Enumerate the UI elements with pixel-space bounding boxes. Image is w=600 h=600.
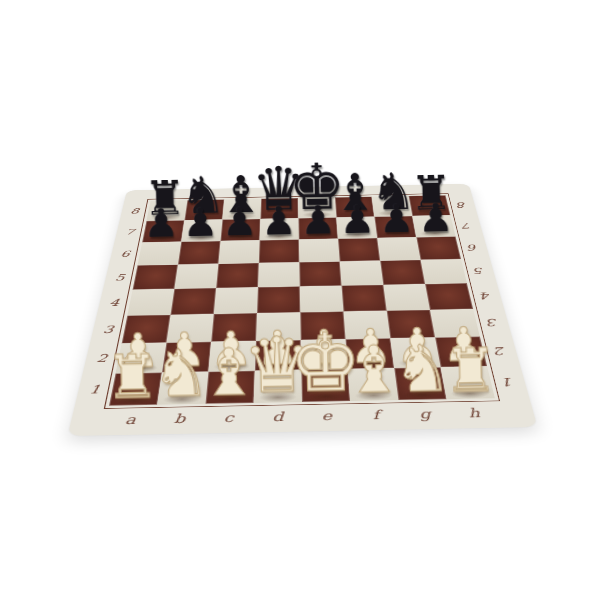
square-e1[interactable]: ♚ [301,369,350,402]
square-f7[interactable]: ♟ [336,217,377,239]
piece-shadow [351,359,389,369]
square-a2[interactable]: ♟ [116,343,167,374]
square-c7[interactable]: ♟ [220,219,260,241]
rank-label-right-2: 2 [481,336,520,366]
square-f8[interactable]: ♝ [335,197,374,218]
vinyl-chess-mat: 87654321 87654321 abcdefgh ♜♞♝♛♚♝♞♜♟♟♟♟♟… [67,184,537,436]
square-c5[interactable] [216,263,259,288]
square-g3[interactable] [387,310,435,339]
square-d3[interactable] [256,312,301,341]
square-e2[interactable]: ♟ [301,339,348,370]
square-b6[interactable] [178,241,221,265]
square-b7[interactable]: ♟ [181,220,222,242]
square-e3[interactable] [300,311,345,340]
square-e5[interactable] [299,261,341,286]
square-f5[interactable] [340,261,384,286]
file-label-a: a [103,406,157,433]
piece-shadow [114,395,155,406]
square-f1[interactable]: ♝ [348,368,399,401]
file-labels-bottom: abcdefgh [103,400,501,434]
square-a5[interactable] [133,265,178,290]
rank-label-left-4: 4 [96,290,131,317]
rank-label-left-1: 1 [75,373,115,406]
square-b2[interactable]: ♟ [162,342,211,373]
square-a4[interactable] [127,289,174,316]
square-b5[interactable] [174,264,218,289]
square-d5[interactable] [258,262,300,287]
square-f3[interactable] [343,311,390,340]
square-c3[interactable] [211,313,257,342]
piece-shadow [354,390,394,401]
square-g7[interactable]: ♟ [374,216,416,238]
board-tilt-wrapper: 87654321 87654321 abcdefgh ♜♞♝♛♚♝♞♜♟♟♟♟♟… [0,0,600,600]
piece-shadow [120,363,159,373]
square-e6[interactable] [299,239,340,262]
rank-label-right-5: 5 [462,259,497,284]
rank-label-right-3: 3 [474,308,512,336]
square-g6[interactable] [377,237,420,260]
square-h8[interactable]: ♜ [409,195,451,216]
square-f6[interactable] [338,238,380,261]
square-g5[interactable] [380,260,425,285]
square-c1[interactable]: ♝ [205,371,254,404]
square-b8[interactable]: ♞ [184,199,224,220]
piece-shadow [306,391,345,402]
square-c4[interactable] [214,287,258,314]
square-f2[interactable]: ♟ [346,338,395,369]
square-g4[interactable] [383,284,430,311]
square-d8[interactable]: ♛ [260,198,298,219]
board-grid: ♜♞♝♛♚♝♞♜♟♟♟♟♟♟♟♟♟♟♟♟♟♟♟♟♜♞♝♛♚♝♞♜ [109,195,495,405]
rank-label-right-6: 6 [456,236,489,259]
rank-label-left-3: 3 [90,316,127,344]
rank-label-left-2: 2 [82,344,120,375]
square-c2[interactable]: ♟ [208,341,256,372]
square-d7[interactable]: ♟ [260,218,299,240]
file-label-b: b [153,405,205,432]
piece-shadow [213,361,251,371]
photo-background: 87654321 87654321 abcdefgh ♜♞♝♛♚♝♞♜♟♟♟♟♟… [0,0,600,600]
piece-shadow [162,394,202,405]
file-label-d: d [253,404,303,431]
square-f4[interactable] [342,285,387,312]
square-e8[interactable]: ♚ [298,197,336,218]
square-a8[interactable]: ♜ [146,200,187,221]
rank-label-right-4: 4 [468,283,504,309]
file-label-h: h [447,400,502,427]
file-label-c: c [203,404,254,431]
square-b3[interactable] [166,314,213,343]
square-h3[interactable] [430,309,480,337]
square-h2[interactable]: ♟ [435,337,487,368]
file-label-g: g [399,401,452,428]
file-label-e: e [302,403,352,430]
square-d1[interactable]: ♛ [254,370,302,403]
rank-label-right-8: 8 [446,195,477,215]
square-g8[interactable]: ♞ [372,196,413,217]
square-d2[interactable]: ♟ [255,340,301,371]
square-h5[interactable] [421,259,467,284]
square-g2[interactable]: ♟ [390,337,440,368]
square-a6[interactable] [138,242,182,266]
piece-shadow [210,393,249,404]
square-a1[interactable]: ♜ [109,373,162,406]
piece-shadow [402,389,442,400]
square-c8[interactable]: ♝ [222,199,261,220]
rank-label-left-5: 5 [103,265,137,290]
file-label-f: f [350,402,402,429]
square-e7[interactable]: ♟ [298,217,338,239]
square-g1[interactable]: ♞ [394,367,446,400]
square-a7[interactable]: ♟ [142,220,184,242]
rank-label-left-8: 8 [119,201,149,222]
square-a3[interactable] [122,315,171,344]
square-b4[interactable] [171,288,217,315]
rank-label-left-7: 7 [114,221,145,243]
rank-label-right-1: 1 [488,366,529,399]
square-d6[interactable] [259,239,299,262]
square-h6[interactable] [416,236,461,259]
piece-shadow [258,392,297,403]
square-h4[interactable] [425,283,473,310]
square-h1[interactable]: ♜ [441,366,495,399]
square-e4[interactable] [300,286,344,313]
square-d4[interactable] [257,286,300,313]
square-b1[interactable]: ♞ [157,372,208,405]
rank-label-right-7: 7 [451,215,483,237]
rank-label-left-6: 6 [109,243,142,266]
square-h7[interactable]: ♟ [412,215,455,237]
square-c6[interactable] [218,240,259,264]
piece-shadow [449,388,490,399]
